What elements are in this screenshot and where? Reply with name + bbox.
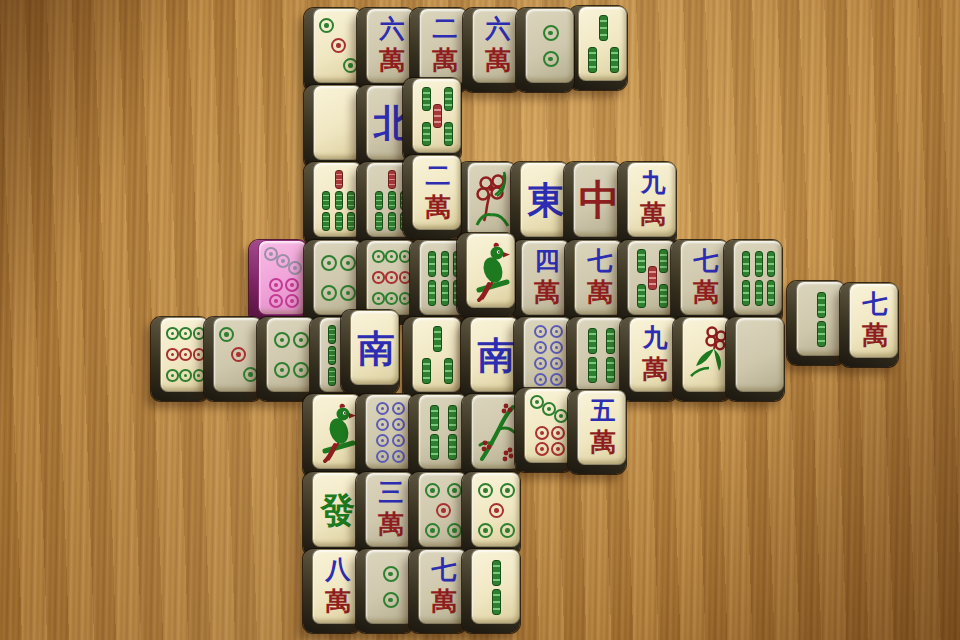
- bamboo-stick: [428, 251, 436, 277]
- tile-eight-wan[interactable]: 八萬: [303, 549, 361, 633]
- tile-eight-dot[interactable]: [356, 394, 414, 478]
- tile-face-content: [477, 479, 517, 542]
- tile-face: [412, 317, 461, 392]
- tile-glyph: 萬: [633, 201, 673, 227]
- dot-circle: [340, 255, 356, 271]
- tile-five-dot[interactable]: [409, 472, 467, 556]
- dot-circle: [500, 523, 515, 538]
- tile-face-content: [319, 92, 359, 155]
- dot-circle: [543, 51, 559, 67]
- tile-face: [735, 317, 784, 392]
- tile-face: [471, 394, 520, 469]
- tile-red-flower[interactable]: [673, 317, 731, 401]
- tile-glyph: 七: [580, 248, 620, 273]
- bamboo-stick: [648, 266, 657, 290]
- bamboo-stick: [742, 280, 750, 306]
- dot-circle: [179, 348, 192, 361]
- tile-face: 六萬: [366, 8, 415, 83]
- bamboo-bird-icon: [318, 401, 358, 464]
- tile-seven-wan[interactable]: 七萬: [565, 240, 623, 324]
- tile-south-wind[interactable]: 南: [341, 310, 399, 394]
- bamboo-stick: [388, 191, 396, 210]
- tile-five-wan[interactable]: 五萬: [568, 390, 626, 474]
- dot-circle: [331, 38, 346, 53]
- tile-face: 七萬: [849, 283, 898, 358]
- tile-glyph: 七: [686, 248, 726, 273]
- tile-face-content: [264, 247, 304, 310]
- bamboo-stick: [492, 560, 501, 586]
- tile-glyph: 四: [527, 248, 567, 273]
- tile-face-content: [319, 169, 359, 232]
- dot-circle: [436, 503, 451, 518]
- dot-circle: [243, 367, 258, 382]
- dot-circle: [372, 271, 385, 284]
- tile-face-content: 七萬: [424, 556, 464, 619]
- red-flower-icon: [688, 324, 728, 387]
- dot-circle: [550, 325, 563, 338]
- tile-face: [418, 472, 467, 547]
- tile-face: [412, 78, 461, 153]
- tile-two-dot[interactable]: [356, 549, 414, 633]
- tile-glyph: 七: [424, 557, 464, 582]
- dot-circle: [534, 357, 547, 370]
- tile-face-content: 中: [579, 169, 619, 232]
- dot-circle: [343, 58, 358, 73]
- tile-glyph: 三: [371, 480, 411, 505]
- tile-three-wan[interactable]: 三萬: [356, 472, 414, 556]
- bamboo-stick: [322, 191, 330, 210]
- tile-glyph: 東: [526, 181, 566, 218]
- bamboo-stick: [444, 122, 453, 146]
- dot-circle: [392, 434, 405, 447]
- tile-face: [313, 240, 362, 315]
- tile-face-content: [371, 556, 411, 619]
- tile-face-content: [418, 324, 458, 387]
- dot-circle: [425, 523, 440, 538]
- tile-face: [471, 472, 520, 547]
- plum-branch-icon: [477, 401, 517, 464]
- tile-face: [524, 388, 573, 463]
- tile-five-dot[interactable]: [462, 472, 520, 556]
- bamboo-stick: [388, 212, 396, 231]
- tile-face-content: [318, 401, 358, 464]
- dot-circle: [372, 250, 385, 263]
- dot-circle: [288, 261, 302, 275]
- dot-circle: [534, 373, 547, 386]
- dot-circle: [447, 523, 462, 538]
- bamboo-stick: [375, 212, 383, 231]
- tile-face-content: 五萬: [583, 397, 623, 460]
- tile-face: 七萬: [574, 240, 623, 315]
- bamboo-bird-icon: [472, 240, 512, 303]
- tile-face: [313, 8, 362, 83]
- tile-face-content: [477, 556, 517, 619]
- tile-glyph: 萬: [527, 279, 567, 305]
- tile-white-dragon-blank[interactable]: [304, 85, 362, 169]
- tile-seven-wan[interactable]: 七萬: [671, 240, 729, 324]
- tile-glyph: 萬: [425, 47, 465, 73]
- bamboo-stick: [588, 357, 597, 383]
- tile-face: 六萬: [472, 8, 521, 83]
- dot-circle: [383, 592, 399, 608]
- tile-face: 四萬: [521, 240, 570, 315]
- tile-glyph: 萬: [855, 322, 895, 348]
- bamboo-stick: [322, 212, 330, 231]
- bamboo-stick: [606, 328, 615, 354]
- tile-two-bamboo[interactable]: [787, 281, 845, 365]
- bamboo-stick: [441, 280, 449, 306]
- dot-circle: [425, 483, 440, 498]
- tile-face: 八萬: [312, 549, 361, 624]
- tile-face: [467, 162, 516, 237]
- tile-glyph: 萬: [583, 429, 623, 455]
- dot-circle: [219, 327, 234, 342]
- tile-green-dragon[interactable]: 發: [303, 472, 361, 556]
- tile-face-content: [166, 324, 206, 387]
- tile-face-content: [477, 401, 517, 464]
- tile-face: [525, 8, 574, 83]
- tile-face: 七萬: [680, 240, 729, 315]
- bamboo-stick: [347, 212, 355, 231]
- tile-six-bamboo[interactable]: [724, 240, 782, 324]
- dot-circle: [179, 369, 192, 382]
- bamboo-stick: [433, 104, 442, 128]
- bamboo-stick: [767, 251, 775, 277]
- bamboo-stick: [610, 47, 619, 73]
- tile-face: [576, 317, 625, 392]
- dot-circle: [535, 442, 549, 456]
- tile-face-content: [531, 15, 571, 78]
- tile-plum-blossom-flower[interactable]: [462, 394, 520, 478]
- tile-face-content: [688, 324, 728, 387]
- tile-glyph: 發: [318, 492, 358, 527]
- dot-circle: [321, 285, 337, 301]
- dot-circle: [392, 402, 405, 415]
- tile-east-wind[interactable]: 東: [511, 162, 569, 246]
- tile-face-content: [584, 13, 624, 76]
- bamboo-stick: [328, 346, 336, 365]
- tile-four-bamboo[interactable]: [567, 317, 625, 401]
- tile-face-content: 九萬: [635, 324, 675, 387]
- tile-face-content: [529, 324, 569, 387]
- bamboo-stick: [448, 405, 457, 431]
- tile-white-dragon-blank[interactable]: [726, 317, 784, 401]
- dot-circle: [385, 271, 398, 284]
- tile-face-content: [319, 247, 359, 310]
- tile-face: [365, 549, 414, 624]
- tile-face: [313, 162, 362, 237]
- bamboo-stick: [430, 434, 439, 460]
- dot-circle: [392, 418, 405, 431]
- tile-face: [733, 240, 782, 315]
- bamboo-stick: [433, 326, 442, 352]
- tile-glyph: 六: [372, 16, 412, 41]
- bamboo-stick: [335, 212, 343, 231]
- tile-face: 五萬: [577, 390, 626, 465]
- dot-circle: [269, 278, 283, 292]
- tile-five-bamboo[interactable]: [403, 78, 461, 162]
- tile-one-bamboo-bird[interactable]: [303, 394, 361, 478]
- tile-glyph: 萬: [478, 47, 518, 73]
- tile-face: 二萬: [419, 8, 468, 83]
- bamboo-stick: [441, 251, 449, 277]
- tile-face: 東: [520, 162, 569, 237]
- tile-two-bamboo[interactable]: [462, 549, 520, 633]
- bamboo-stick: [335, 191, 343, 210]
- dot-circle: [293, 332, 309, 348]
- bamboo-stick: [588, 328, 597, 354]
- tile-face-content: [418, 85, 458, 148]
- bamboo-stick: [422, 358, 431, 384]
- tile-glyph: 九: [635, 325, 675, 350]
- tile-glyph: 萬: [686, 279, 726, 305]
- tile-three-dot[interactable]: [304, 8, 362, 92]
- tile-face: 發: [312, 472, 361, 547]
- tile-seven-dot[interactable]: [249, 240, 307, 324]
- dot-circle: [285, 278, 299, 292]
- dot-circle: [551, 426, 565, 440]
- tile-face-content: 南: [476, 324, 516, 387]
- bamboo-stick: [599, 15, 608, 41]
- tile-face-content: 九萬: [633, 169, 673, 232]
- tile-glyph: 萬: [371, 511, 411, 537]
- dot-circle: [231, 347, 246, 362]
- dot-circle: [550, 341, 563, 354]
- tile-face-content: 七萬: [580, 247, 620, 310]
- tile-face: 二萬: [412, 155, 461, 230]
- bamboo-stick: [448, 434, 457, 460]
- bamboo-stick: [659, 284, 668, 308]
- tile-nine-wan[interactable]: 九萬: [620, 317, 678, 401]
- tile-face-content: [530, 395, 570, 458]
- tile-glyph: 萬: [418, 194, 458, 220]
- tile-face-content: 東: [526, 169, 566, 232]
- tile-face-content: [319, 15, 359, 78]
- tile-face-content: [473, 169, 513, 232]
- bamboo-stick: [637, 284, 646, 308]
- bamboo-stick: [335, 170, 343, 189]
- bamboo-stick: [422, 122, 431, 146]
- tile-face-content: [219, 324, 259, 387]
- tile-face-content: [424, 479, 464, 542]
- dot-circle: [166, 369, 179, 382]
- dot-circle: [392, 450, 405, 463]
- dot-circle: [551, 442, 565, 456]
- dot-circle: [489, 503, 504, 518]
- tile-face-content: [272, 324, 312, 387]
- dot-circle: [376, 450, 389, 463]
- bamboo-stick: [430, 405, 439, 431]
- dot-circle: [166, 327, 179, 340]
- tile-face: [466, 233, 515, 308]
- tile-glyph: 萬: [580, 279, 620, 305]
- tile-face-content: [472, 240, 512, 303]
- tile-face: [258, 240, 307, 315]
- bamboo-stick: [328, 367, 336, 386]
- tile-south-wind[interactable]: 南: [461, 317, 519, 401]
- tile-three-dot[interactable]: [204, 317, 262, 401]
- tile-glyph: 南: [356, 329, 396, 366]
- dot-circle: [535, 426, 549, 440]
- dot-circle: [372, 292, 385, 305]
- dot-circle: [293, 362, 309, 378]
- tile-three-bamboo[interactable]: [569, 6, 627, 90]
- bamboo-stick: [742, 251, 750, 277]
- bamboo-stick: [492, 589, 501, 615]
- tile-face-content: [802, 288, 842, 351]
- tile-face-content: 三萬: [371, 479, 411, 542]
- tile-face-content: [372, 247, 412, 310]
- dot-circle: [550, 357, 563, 370]
- dot-circle: [274, 332, 290, 348]
- tile-four-dot[interactable]: [257, 317, 315, 401]
- dot-circle: [319, 18, 334, 33]
- tile-seven-wan[interactable]: 七萬: [409, 549, 467, 633]
- tile-face: 七萬: [418, 549, 467, 624]
- bamboo-stick: [659, 249, 668, 273]
- tile-face: [312, 394, 361, 469]
- dot-circle: [383, 566, 399, 582]
- bamboo-stick: [388, 170, 396, 189]
- tile-glyph: 五: [583, 398, 623, 423]
- dot-circle: [554, 409, 568, 423]
- tile-glyph: 九: [633, 170, 673, 195]
- tile-glyph: 南: [476, 336, 516, 373]
- bamboo-stick: [328, 325, 336, 344]
- bamboo-stick: [428, 280, 436, 306]
- wood-table: 六萬二萬六萬北二萬 東中九萬 四萬七萬七萬七萬南南九萬 五萬: [0, 0, 960, 640]
- dot-circle: [376, 402, 389, 415]
- dot-circle: [543, 25, 559, 41]
- tile-seven-wan[interactable]: 七萬: [840, 283, 898, 367]
- tile-one-bamboo-bird[interactable]: [457, 233, 515, 317]
- dot-circle: [340, 285, 356, 301]
- tile-face: [366, 240, 415, 315]
- tile-face-content: 二萬: [425, 15, 465, 78]
- tile-glyph: 萬: [635, 356, 675, 382]
- dot-circle: [166, 348, 179, 361]
- dot-circle: [269, 294, 283, 308]
- tile-face: 三萬: [365, 472, 414, 547]
- dot-circle: [447, 483, 462, 498]
- tile-seven-bamboo[interactable]: [304, 162, 362, 246]
- tile-face-content: 八萬: [318, 556, 358, 619]
- tile-seven-dot[interactable]: [515, 388, 573, 472]
- tile-face-content: 發: [318, 479, 358, 542]
- dot-circle: [385, 250, 398, 263]
- tile-face: 九萬: [629, 317, 678, 392]
- dot-circle: [376, 434, 389, 447]
- tile-face: [160, 317, 209, 392]
- tile-face: [682, 317, 731, 392]
- tile-glyph: 萬: [318, 588, 358, 614]
- tile-six-wan[interactable]: 六萬: [463, 8, 521, 92]
- tile-face: [418, 394, 467, 469]
- tile-three-bamboo[interactable]: [403, 317, 461, 401]
- tile-two-wan[interactable]: 二萬: [403, 155, 461, 239]
- tile-glyph: 七: [855, 291, 895, 316]
- tile-five-bamboo[interactable]: [618, 240, 676, 324]
- tile-face-content: 二萬: [418, 162, 458, 225]
- tile-glyph: 萬: [424, 588, 464, 614]
- tile-two-dot[interactable]: [516, 8, 574, 92]
- dot-circle: [179, 327, 192, 340]
- bamboo-stick: [347, 191, 355, 210]
- tile-face-content: [582, 324, 622, 387]
- tile-face: [213, 317, 262, 392]
- tile-face-content: [739, 247, 779, 310]
- bamboo-stick: [375, 191, 383, 210]
- tile-glyph: 萬: [372, 47, 412, 73]
- tile-four-bamboo[interactable]: [409, 394, 467, 478]
- bamboo-stick: [817, 321, 826, 347]
- orchid-icon: [473, 169, 513, 232]
- tile-four-wan[interactable]: 四萬: [512, 240, 570, 324]
- tile-face: [578, 6, 627, 81]
- dot-circle: [321, 255, 337, 271]
- bamboo-stick: [444, 358, 453, 384]
- tile-face-content: [741, 324, 781, 387]
- tile-glyph: 二: [418, 163, 458, 188]
- tile-glyph: 八: [318, 557, 358, 582]
- tile-glyph: 六: [478, 16, 518, 41]
- tile-glyph: 中: [579, 179, 619, 220]
- bamboo-stick: [444, 87, 453, 111]
- dot-circle: [550, 373, 563, 386]
- tile-nine-dot[interactable]: [151, 317, 209, 401]
- tile-glyph: 二: [425, 16, 465, 41]
- tile-face: 九萬: [627, 162, 676, 237]
- tile-nine-wan[interactable]: 九萬: [618, 162, 676, 246]
- dot-circle: [285, 294, 299, 308]
- dot-circle: [274, 362, 290, 378]
- tile-face-content: 四萬: [527, 247, 567, 310]
- bamboo-stick: [755, 280, 763, 306]
- tile-face: [471, 549, 520, 624]
- tile-red-dragon[interactable]: 中: [564, 162, 622, 246]
- tile-face: [523, 317, 572, 392]
- tile-face-content: [424, 401, 464, 464]
- bamboo-stick: [588, 47, 597, 73]
- dot-circle: [534, 341, 547, 354]
- dot-circle: [385, 292, 398, 305]
- tile-face: [796, 281, 845, 356]
- dot-circle: [478, 483, 493, 498]
- bamboo-stick: [637, 249, 646, 273]
- bamboo-stick: [755, 251, 763, 277]
- bamboo-stick: [422, 87, 431, 111]
- tile-face: [266, 317, 315, 392]
- tile-face: [313, 85, 362, 160]
- tile-face: [365, 394, 414, 469]
- tile-face: 南: [470, 317, 519, 392]
- tile-face-content: 南: [356, 317, 396, 380]
- tile-face-content: [633, 247, 673, 310]
- tile-face-content: 六萬: [478, 15, 518, 78]
- tile-face: 南: [350, 310, 399, 385]
- tile-face: [627, 240, 676, 315]
- bamboo-stick: [767, 280, 775, 306]
- bamboo-stick: [817, 292, 826, 318]
- bamboo-stick: [606, 357, 615, 383]
- tile-face-content: 七萬: [855, 290, 895, 353]
- dot-circle: [534, 325, 547, 338]
- tile-face-content: 六萬: [372, 15, 412, 78]
- dot-circle: [478, 523, 493, 538]
- tile-face: 中: [573, 162, 622, 237]
- tile-face-content: [371, 401, 411, 464]
- tile-face-content: 七萬: [686, 247, 726, 310]
